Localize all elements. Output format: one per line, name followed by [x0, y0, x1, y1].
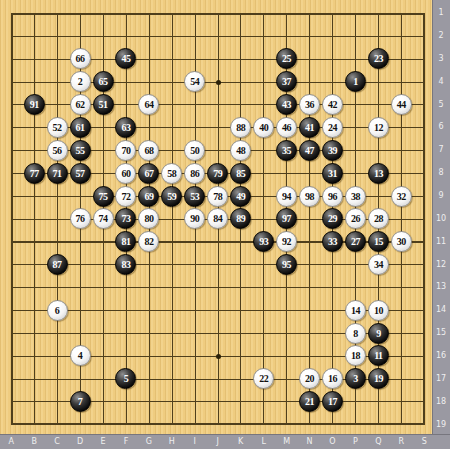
row-label-14: 14 — [434, 305, 448, 315]
stone-white-m9-move-94[interactable]: 94 — [276, 186, 297, 207]
move-number: 45 — [121, 53, 130, 64]
stone-black-q11-move-15[interactable]: 15 — [368, 231, 389, 252]
row-label-7: 7 — [434, 145, 448, 155]
row-label-16: 16 — [434, 351, 448, 361]
go-board[interactable]: 1234567891011121314151617181920212223242… — [0, 0, 433, 435]
stone-white-f8-move-60[interactable]: 60 — [115, 163, 136, 184]
stone-black-d8-move-57[interactable]: 57 — [70, 163, 91, 184]
row-label-18: 18 — [434, 397, 448, 407]
stone-black-c8-move-71[interactable]: 71 — [47, 163, 68, 184]
move-number: 42 — [328, 99, 337, 110]
move-number: 6 — [55, 305, 60, 316]
stone-white-d16-move-4[interactable]: 4 — [70, 345, 91, 366]
move-number: 48 — [236, 145, 245, 156]
move-number: 18 — [351, 350, 360, 361]
move-number: 2 — [78, 76, 83, 87]
stone-black-e4-move-65[interactable]: 65 — [93, 71, 114, 92]
move-number: 7 — [78, 396, 83, 407]
move-number: 72 — [121, 191, 130, 202]
row-label-6: 6 — [434, 122, 448, 132]
column-label-m: M — [281, 437, 293, 447]
stone-black-q15-move-9[interactable]: 9 — [368, 323, 389, 344]
move-number: 62 — [76, 99, 85, 110]
row-label-19: 19 — [434, 420, 448, 430]
column-label-s: S — [418, 437, 430, 447]
move-number: 69 — [144, 191, 153, 202]
stone-black-n6-move-41[interactable]: 41 — [299, 117, 320, 138]
column-label-d: D — [74, 437, 86, 447]
move-number: 66 — [76, 53, 85, 64]
stone-white-o6-move-24[interactable]: 24 — [322, 117, 343, 138]
move-number: 58 — [167, 168, 176, 179]
column-label-g: G — [143, 437, 155, 447]
move-number: 22 — [259, 373, 268, 384]
stone-white-q14-move-10[interactable]: 10 — [368, 300, 389, 321]
stone-white-q6-move-12[interactable]: 12 — [368, 117, 389, 138]
stone-white-p9-move-38[interactable]: 38 — [345, 186, 366, 207]
row-label-11: 11 — [434, 237, 448, 247]
column-label-b: B — [28, 437, 40, 447]
column-label-q: Q — [372, 437, 384, 447]
move-number: 40 — [259, 122, 268, 133]
stone-white-d10-move-76[interactable]: 76 — [70, 208, 91, 229]
row-label-13: 13 — [434, 282, 448, 292]
stone-white-e10-move-74[interactable]: 74 — [93, 208, 114, 229]
move-number: 64 — [144, 99, 153, 110]
row-label-5: 5 — [434, 100, 448, 110]
stone-white-i8-move-86[interactable]: 86 — [184, 163, 205, 184]
move-number: 20 — [305, 373, 314, 384]
stone-black-h9-move-59[interactable]: 59 — [161, 186, 182, 207]
move-number: 92 — [282, 236, 291, 247]
stone-white-m6-move-46[interactable]: 46 — [276, 117, 297, 138]
stone-black-n7-move-47[interactable]: 47 — [299, 140, 320, 161]
move-number: 46 — [282, 122, 291, 133]
stone-white-j9-move-78[interactable]: 78 — [207, 186, 228, 207]
move-number: 53 — [190, 191, 199, 202]
row-label-2: 2 — [434, 31, 448, 41]
stone-black-d7-move-55[interactable]: 55 — [70, 140, 91, 161]
move-number: 17 — [328, 396, 337, 407]
column-label-p: P — [349, 437, 361, 447]
move-number: 41 — [305, 122, 314, 133]
stone-black-b5-move-91[interactable]: 91 — [24, 94, 45, 115]
move-number: 33 — [328, 236, 337, 247]
stone-white-n9-move-98[interactable]: 98 — [299, 186, 320, 207]
column-label-o: O — [327, 437, 339, 447]
move-number: 19 — [374, 373, 383, 384]
column-label-h: H — [166, 437, 178, 447]
move-number: 28 — [374, 213, 383, 224]
row-label-8: 8 — [434, 168, 448, 178]
column-label-r: R — [395, 437, 407, 447]
move-number: 80 — [144, 213, 153, 224]
move-number: 56 — [53, 145, 62, 156]
stone-white-o5-move-42[interactable]: 42 — [322, 94, 343, 115]
move-number: 61 — [76, 122, 85, 133]
stone-white-q12-move-34[interactable]: 34 — [368, 254, 389, 275]
move-number: 49 — [236, 191, 245, 202]
column-label-e: E — [97, 437, 109, 447]
move-number: 11 — [374, 350, 382, 361]
move-number: 8 — [353, 328, 358, 339]
move-number: 29 — [328, 213, 337, 224]
move-number: 91 — [30, 99, 39, 110]
stone-black-c12-move-87[interactable]: 87 — [47, 254, 68, 275]
move-number: 51 — [99, 99, 108, 110]
row-label-4: 4 — [434, 77, 448, 87]
column-label-j: J — [212, 437, 224, 447]
move-number: 30 — [397, 236, 406, 247]
stone-white-p15-move-8[interactable]: 8 — [345, 323, 366, 344]
move-number: 35 — [282, 145, 291, 156]
move-number: 63 — [121, 122, 130, 133]
move-number: 13 — [374, 168, 383, 179]
row-label-17: 17 — [434, 374, 448, 384]
move-number: 38 — [351, 191, 360, 202]
stone-white-f9-move-72[interactable]: 72 — [115, 186, 136, 207]
move-number: 94 — [282, 191, 291, 202]
move-number: 3 — [353, 373, 358, 384]
stone-white-c6-move-52[interactable]: 52 — [47, 117, 68, 138]
move-number: 59 — [167, 191, 176, 202]
move-number: 52 — [53, 122, 62, 133]
row-label-3: 3 — [434, 54, 448, 64]
stone-white-n5-move-36[interactable]: 36 — [299, 94, 320, 115]
move-number: 15 — [374, 236, 383, 247]
stone-white-o9-move-96[interactable]: 96 — [322, 186, 343, 207]
stone-white-r5-move-44[interactable]: 44 — [391, 94, 412, 115]
stone-black-e5-move-51[interactable]: 51 — [93, 94, 114, 115]
move-number: 71 — [53, 168, 62, 179]
move-number: 26 — [351, 213, 360, 224]
move-number: 65 — [99, 76, 108, 87]
move-number: 75 — [99, 191, 108, 202]
star-point-j4 — [216, 80, 221, 85]
move-number: 37 — [282, 76, 291, 87]
row-label-9: 9 — [434, 191, 448, 201]
stone-black-b8-move-77[interactable]: 77 — [24, 163, 45, 184]
row-label-12: 12 — [434, 260, 448, 270]
stone-white-r9-move-32[interactable]: 32 — [391, 186, 412, 207]
move-number: 95 — [282, 259, 291, 270]
move-number: 57 — [76, 168, 85, 179]
move-number: 78 — [213, 191, 222, 202]
move-number: 90 — [190, 213, 199, 224]
move-number: 77 — [30, 168, 39, 179]
move-number: 81 — [121, 236, 130, 247]
move-number: 27 — [351, 236, 360, 247]
stone-black-j8-move-79[interactable]: 79 — [207, 163, 228, 184]
move-number: 10 — [374, 305, 383, 316]
move-number: 5 — [124, 373, 129, 384]
row-label-1: 1 — [434, 8, 448, 18]
star-point-j16 — [216, 354, 221, 359]
move-number: 96 — [328, 191, 337, 202]
stone-white-c14-move-6[interactable]: 6 — [47, 300, 68, 321]
stone-black-g8-move-67[interactable]: 67 — [138, 163, 159, 184]
move-number: 76 — [76, 213, 85, 224]
column-label-c: C — [51, 437, 63, 447]
move-number: 25 — [282, 53, 291, 64]
move-number: 87 — [53, 259, 62, 270]
move-number: 44 — [397, 99, 406, 110]
move-number: 9 — [376, 328, 381, 339]
row-label-10: 10 — [434, 214, 448, 224]
move-number: 12 — [374, 122, 383, 133]
stone-black-o8-move-31[interactable]: 31 — [322, 163, 343, 184]
move-number: 86 — [190, 168, 199, 179]
move-number: 43 — [282, 99, 291, 110]
move-number: 73 — [121, 213, 130, 224]
move-number: 24 — [328, 122, 337, 133]
move-number: 89 — [236, 213, 245, 224]
move-number: 21 — [305, 396, 314, 407]
move-number: 88 — [236, 122, 245, 133]
move-number: 98 — [305, 191, 314, 202]
stone-white-k7-move-48[interactable]: 48 — [230, 140, 251, 161]
stone-white-c7-move-56[interactable]: 56 — [47, 140, 68, 161]
stone-white-d4-move-2[interactable]: 2 — [70, 71, 91, 92]
column-label-i: I — [189, 437, 201, 447]
move-number: 74 — [99, 213, 108, 224]
stone-black-d18-move-7[interactable]: 7 — [70, 391, 91, 412]
move-number: 1 — [353, 76, 358, 87]
move-number: 97 — [282, 213, 291, 224]
stone-white-h8-move-58[interactable]: 58 — [161, 163, 182, 184]
stone-black-d6-move-61[interactable]: 61 — [70, 117, 91, 138]
stone-white-p14-move-14[interactable]: 14 — [345, 300, 366, 321]
column-label-a: A — [5, 437, 17, 447]
column-label-n: N — [304, 437, 316, 447]
stone-black-o18-move-17[interactable]: 17 — [322, 391, 343, 412]
move-number: 39 — [328, 145, 337, 156]
move-number: 36 — [305, 99, 314, 110]
stone-black-o7-move-39[interactable]: 39 — [322, 140, 343, 161]
move-number: 32 — [397, 191, 406, 202]
stone-black-m12-move-95[interactable]: 95 — [276, 254, 297, 275]
move-number: 82 — [144, 236, 153, 247]
move-number: 34 — [374, 259, 383, 270]
stone-white-r11-move-30[interactable]: 30 — [391, 231, 412, 252]
stone-white-l6-move-40[interactable]: 40 — [253, 117, 274, 138]
column-label-k: K — [235, 437, 247, 447]
column-label-f: F — [120, 437, 132, 447]
column-label-l: L — [258, 437, 270, 447]
stone-black-p11-move-27[interactable]: 27 — [345, 231, 366, 252]
stone-white-d3-move-66[interactable]: 66 — [70, 48, 91, 69]
move-number: 84 — [213, 213, 222, 224]
move-number: 47 — [305, 145, 314, 156]
move-number: 67 — [144, 168, 153, 179]
move-number: 50 — [190, 145, 199, 156]
move-number: 4 — [78, 350, 83, 361]
move-number: 70 — [121, 145, 130, 156]
move-number: 93 — [259, 236, 268, 247]
move-number: 31 — [328, 168, 337, 179]
move-number: 79 — [213, 168, 222, 179]
stone-black-k9-move-49[interactable]: 49 — [230, 186, 251, 207]
move-number: 14 — [351, 305, 360, 316]
move-number: 23 — [374, 53, 383, 64]
move-number: 68 — [144, 145, 153, 156]
move-number: 16 — [328, 373, 337, 384]
stone-white-d5-move-62[interactable]: 62 — [70, 94, 91, 115]
stone-white-i7-move-50[interactable]: 50 — [184, 140, 205, 161]
go-game-diagram: 1234567891011121314151617181920212223242… — [0, 0, 450, 449]
move-number: 55 — [76, 145, 85, 156]
stone-white-k6-move-88[interactable]: 88 — [230, 117, 251, 138]
move-number: 83 — [121, 259, 130, 270]
move-number: 85 — [236, 168, 245, 179]
stone-black-k8-move-85[interactable]: 85 — [230, 163, 251, 184]
move-number: 60 — [121, 168, 130, 179]
row-label-15: 15 — [434, 328, 448, 338]
stone-black-i9-move-53[interactable]: 53 — [184, 186, 205, 207]
stone-black-e9-move-75[interactable]: 75 — [93, 186, 114, 207]
stone-black-q8-move-13[interactable]: 13 — [368, 163, 389, 184]
stone-black-g9-move-69[interactable]: 69 — [138, 186, 159, 207]
stone-black-m7-move-35[interactable]: 35 — [276, 140, 297, 161]
move-number: 54 — [190, 76, 199, 87]
